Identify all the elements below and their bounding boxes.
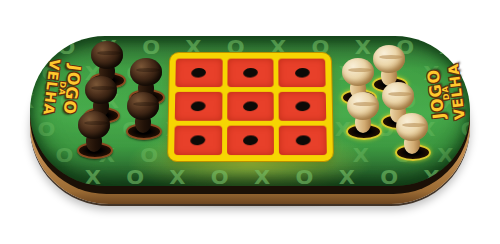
wood-grain [84, 121, 108, 125]
peg-hole [191, 101, 207, 112]
peg-head [130, 58, 162, 86]
grid-cell-r3c1[interactable] [174, 126, 222, 155]
wood-grain [379, 55, 403, 59]
peg-hole [243, 101, 259, 112]
peg-hole [295, 101, 311, 112]
light-peg-5[interactable] [394, 113, 430, 161]
peg-head [78, 111, 110, 139]
dark-peg-4[interactable] [125, 92, 161, 140]
tictactoe-grid [167, 52, 334, 162]
grid-cell-r1c3[interactable] [279, 59, 326, 87]
peg-hole [243, 135, 259, 146]
wood-grain [91, 86, 115, 90]
grid-cell-r1c1[interactable] [175, 59, 222, 87]
light-peg-4[interactable] [345, 92, 381, 140]
grid-cell-r3c3[interactable] [279, 126, 327, 155]
peg-hole [191, 67, 206, 78]
peg-hole [243, 67, 258, 78]
grid-cell-r3c2[interactable] [227, 126, 275, 155]
grid-cell-r2c3[interactable] [279, 92, 326, 121]
grid-cell-r1c2[interactable] [227, 59, 274, 87]
peg-head [85, 76, 117, 104]
wood-grain [136, 68, 160, 72]
wood-grain [402, 123, 426, 127]
peg-head [342, 58, 374, 86]
grid-cell-r2c1[interactable] [175, 92, 222, 121]
peg-hole [295, 135, 311, 146]
wood-grain [388, 92, 412, 96]
wood-grain [348, 68, 372, 72]
peg-head [373, 45, 405, 73]
peg-head [347, 92, 379, 120]
screenshot: X O X O X O X O X O X O X O X O X OX O X… [0, 0, 500, 244]
wood-grain [97, 51, 121, 55]
xo-pattern-row: X O X O X O X O X O X O X O X O X O [30, 167, 470, 186]
peg-head [127, 92, 159, 120]
wood-grain [353, 102, 377, 106]
peg-hole [294, 67, 310, 78]
peg-hole [190, 135, 206, 146]
grid-cell-r2c2[interactable] [227, 92, 274, 121]
peg-head [396, 113, 428, 141]
dark-peg-5[interactable] [76, 111, 112, 159]
peg-head [91, 41, 123, 69]
wood-grain [133, 102, 157, 106]
peg-head [382, 82, 414, 110]
